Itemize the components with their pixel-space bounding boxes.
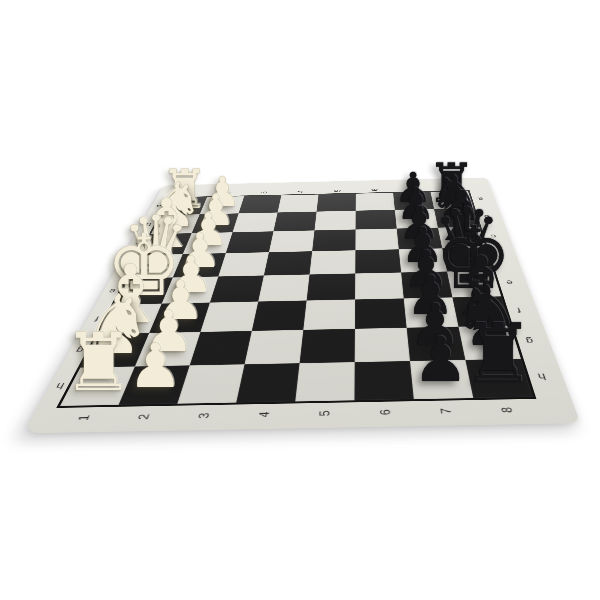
square-h3[interactable] <box>177 364 244 403</box>
rank-label-near-4: 4 <box>256 412 271 418</box>
square-f3[interactable] <box>200 302 258 332</box>
square-d6[interactable] <box>355 249 401 273</box>
square-a4[interactable] <box>278 195 319 213</box>
square-b6[interactable] <box>356 210 397 230</box>
rank-label-near-2: 2 <box>135 414 151 420</box>
square-c5[interactable] <box>312 229 355 251</box>
rank-label-near-8: 8 <box>499 407 515 413</box>
square-e6[interactable] <box>355 272 404 299</box>
square-a6[interactable] <box>356 193 395 211</box>
square-c4[interactable] <box>269 230 315 252</box>
rank-label-far-5: 5 <box>333 190 342 192</box>
rank-label-near-7: 7 <box>438 408 453 414</box>
piece-black-pawn-h7[interactable]: ♟ <box>413 329 469 391</box>
square-b4[interactable] <box>273 212 316 232</box>
square-e5[interactable] <box>307 273 356 300</box>
square-c6[interactable] <box>355 229 398 251</box>
square-f5[interactable] <box>303 299 355 329</box>
rank-label-far-4: 4 <box>296 191 305 193</box>
scene: 1122334455667788aabbccddeeffgghh ♜♞♝♛♚♝♞… <box>0 0 600 600</box>
piece-black-rook-h8[interactable]: ♜ <box>461 312 534 394</box>
square-g3[interactable] <box>190 331 252 365</box>
rank-label-near-3: 3 <box>196 413 212 419</box>
piece-white-pawn-h2[interactable]: ♟ <box>128 336 183 397</box>
square-e3[interactable] <box>210 275 264 302</box>
square-b5[interactable] <box>314 211 355 231</box>
square-g5[interactable] <box>300 329 355 363</box>
square-d3[interactable] <box>218 252 269 276</box>
square-a3[interactable] <box>239 195 282 213</box>
square-g4[interactable] <box>245 330 304 364</box>
square-h5[interactable] <box>295 362 354 401</box>
rank-label-far-3: 3 <box>259 191 268 193</box>
square-a5[interactable] <box>317 194 356 212</box>
square-f6[interactable] <box>355 298 407 328</box>
square-h4[interactable] <box>236 363 299 402</box>
rank-label-near-5: 5 <box>317 410 332 416</box>
piece-white-rook-h1[interactable]: ♜ <box>63 321 135 401</box>
rank-label-near-1: 1 <box>75 415 92 421</box>
file-label-right-h: h <box>537 372 548 381</box>
square-h6[interactable] <box>354 361 413 400</box>
square-f4[interactable] <box>252 301 307 331</box>
rank-label-near-6: 6 <box>377 409 391 415</box>
square-e4[interactable] <box>258 274 309 301</box>
square-g6[interactable] <box>355 328 410 362</box>
square-d5[interactable] <box>310 250 356 274</box>
square-d4[interactable] <box>264 251 312 275</box>
rank-label-far-6: 6 <box>370 189 379 191</box>
